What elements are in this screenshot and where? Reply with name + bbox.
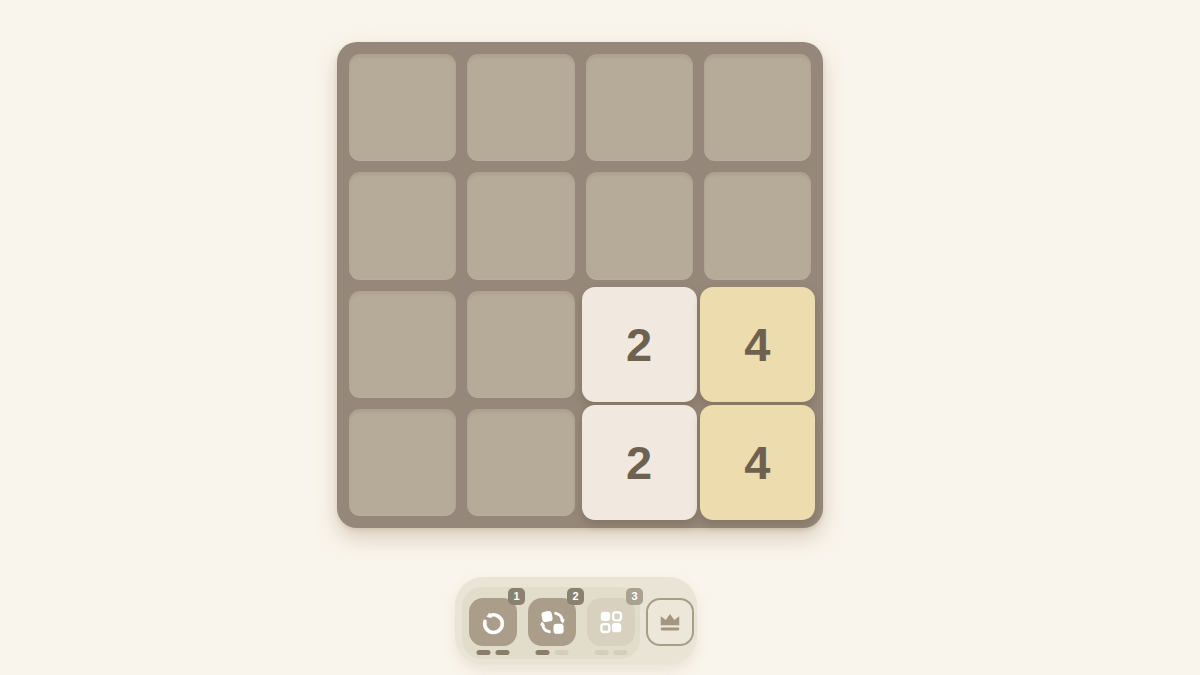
board-2048[interactable]: 2424 [337, 42, 823, 528]
board-cell [704, 172, 811, 279]
tile-4: 4 [700, 287, 815, 402]
board-cell: 4 [704, 409, 811, 516]
blocks-powerup-group: 3 [587, 598, 635, 658]
tile-2: 2 [582, 287, 697, 402]
board-cell: 2 [586, 409, 693, 516]
undo-button[interactable]: 1 [469, 598, 517, 646]
crown-icon [655, 607, 685, 637]
remove-blocks-button[interactable]: 3 [587, 598, 635, 646]
board-cell [467, 172, 574, 279]
undo-powerup-group: 1 [469, 598, 517, 658]
undo-icon [479, 608, 508, 637]
undo-charges [477, 650, 510, 655]
board-cell [586, 54, 693, 161]
charge-dash-filled [536, 650, 550, 655]
blocks-icon [597, 608, 625, 636]
swap-tiles-icon [538, 608, 567, 637]
premium-crown-button[interactable] [646, 598, 694, 646]
blocks-charges [595, 650, 628, 655]
charge-dash-filled [477, 650, 491, 655]
charge-dash-empty [595, 650, 609, 655]
board-cell [349, 409, 456, 516]
tile-4: 4 [700, 405, 815, 520]
swap-count-badge: 2 [567, 588, 584, 605]
board-cell [349, 54, 456, 161]
swap-powerup-group: 2 [528, 598, 576, 658]
tile-2: 2 [582, 405, 697, 520]
board-cell: 4 [704, 291, 811, 398]
board-cell [467, 409, 574, 516]
charge-dash-empty [614, 650, 628, 655]
board-cell [349, 291, 456, 398]
board-cell [349, 172, 456, 279]
charge-dash-empty [555, 650, 569, 655]
blocks-count-badge: 3 [626, 588, 643, 605]
board-cell: 2 [586, 291, 693, 398]
swap-tiles-button[interactable]: 2 [528, 598, 576, 646]
board-cell [467, 291, 574, 398]
board-cell [704, 54, 811, 161]
undo-count-badge: 1 [508, 588, 525, 605]
board-cell [586, 172, 693, 279]
powerup-toolbar: 1 2 3 [455, 577, 697, 665]
swap-charges [536, 650, 569, 655]
charge-dash-filled [496, 650, 510, 655]
board-cell [467, 54, 574, 161]
